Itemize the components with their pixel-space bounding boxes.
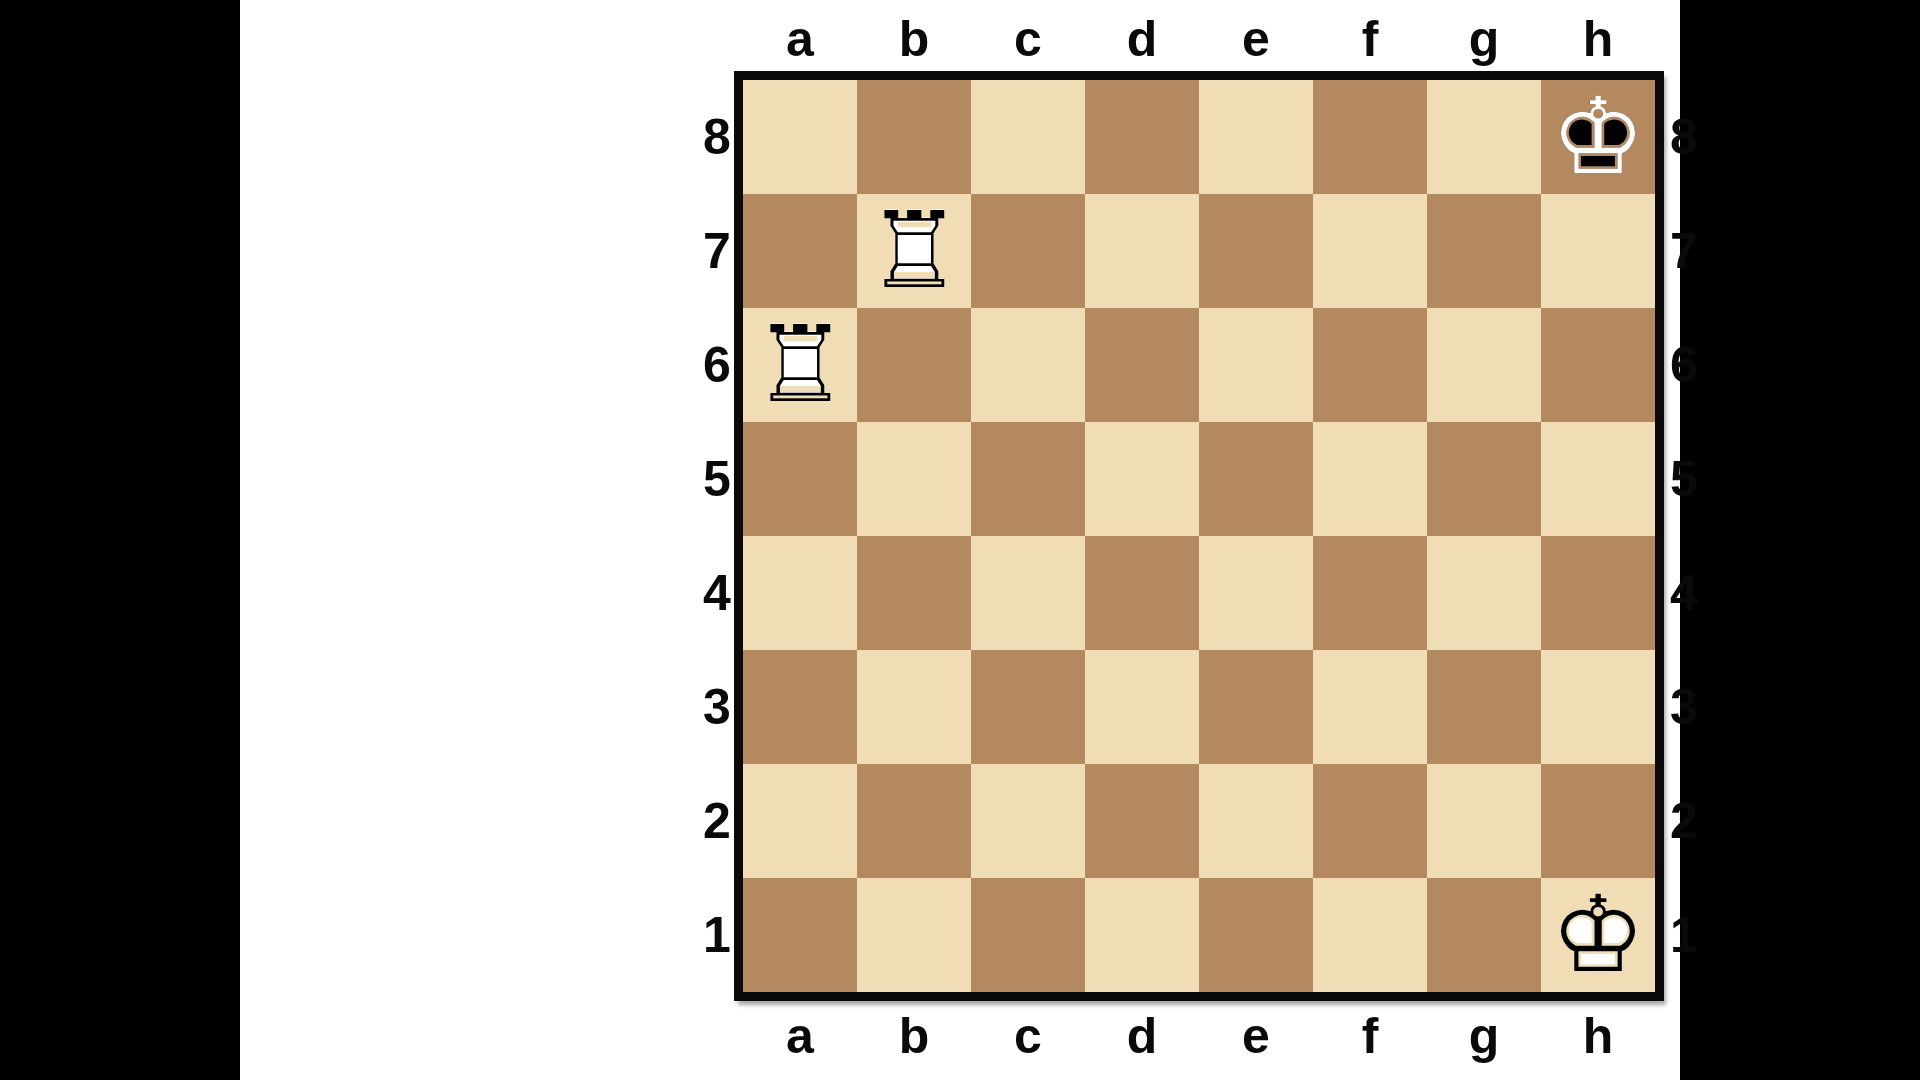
square-d6[interactable] bbox=[1085, 308, 1199, 422]
square-h1[interactable]: ♚♔ bbox=[1541, 878, 1655, 992]
file-labels-bottom: abcdefgh bbox=[743, 1007, 1655, 1065]
square-g6[interactable] bbox=[1427, 308, 1541, 422]
square-c7[interactable] bbox=[971, 194, 1085, 308]
square-h5[interactable] bbox=[1541, 422, 1655, 536]
square-h4[interactable] bbox=[1541, 536, 1655, 650]
file-label-b: b bbox=[857, 1007, 971, 1065]
square-d4[interactable] bbox=[1085, 536, 1199, 650]
square-a7[interactable] bbox=[743, 194, 857, 308]
file-label-g: g bbox=[1427, 10, 1541, 68]
square-d8[interactable] bbox=[1085, 80, 1199, 194]
square-d2[interactable] bbox=[1085, 764, 1199, 878]
file-label-g: g bbox=[1427, 1007, 1541, 1065]
file-label-c: c bbox=[971, 1007, 1085, 1065]
square-f3[interactable] bbox=[1313, 650, 1427, 764]
square-c3[interactable] bbox=[971, 650, 1085, 764]
rank-label-8: 8 bbox=[1659, 80, 1709, 194]
square-g7[interactable] bbox=[1427, 194, 1541, 308]
file-label-e: e bbox=[1199, 1007, 1313, 1065]
file-label-b: b bbox=[857, 10, 971, 68]
white-rook-outline-glyph: ♖ bbox=[857, 194, 971, 308]
square-a6[interactable]: ♜♖ bbox=[743, 308, 857, 422]
square-a2[interactable] bbox=[743, 764, 857, 878]
file-label-h: h bbox=[1541, 1007, 1655, 1065]
file-label-d: d bbox=[1085, 10, 1199, 68]
square-h8[interactable]: ♚♔ bbox=[1541, 80, 1655, 194]
square-d7[interactable] bbox=[1085, 194, 1199, 308]
rank-label-7: 7 bbox=[1659, 194, 1709, 308]
rank-label-3: 3 bbox=[1659, 650, 1709, 764]
square-e5[interactable] bbox=[1199, 422, 1313, 536]
file-label-f: f bbox=[1313, 10, 1427, 68]
file-label-a: a bbox=[743, 1007, 857, 1065]
square-f5[interactable] bbox=[1313, 422, 1427, 536]
square-e7[interactable] bbox=[1199, 194, 1313, 308]
square-b4[interactable] bbox=[857, 536, 971, 650]
file-labels-top: abcdefgh bbox=[743, 2, 1655, 68]
square-e1[interactable] bbox=[1199, 878, 1313, 992]
square-g8[interactable] bbox=[1427, 80, 1541, 194]
square-f2[interactable] bbox=[1313, 764, 1427, 878]
square-a8[interactable] bbox=[743, 80, 857, 194]
square-d5[interactable] bbox=[1085, 422, 1199, 536]
square-h3[interactable] bbox=[1541, 650, 1655, 764]
file-label-d: d bbox=[1085, 1007, 1199, 1065]
file-label-c: c bbox=[971, 10, 1085, 68]
square-e8[interactable] bbox=[1199, 80, 1313, 194]
file-label-h: h bbox=[1541, 10, 1655, 68]
square-f1[interactable] bbox=[1313, 878, 1427, 992]
square-e2[interactable] bbox=[1199, 764, 1313, 878]
square-b2[interactable] bbox=[857, 764, 971, 878]
square-a3[interactable] bbox=[743, 650, 857, 764]
rank-label-5: 5 bbox=[1659, 422, 1709, 536]
square-g4[interactable] bbox=[1427, 536, 1541, 650]
file-label-a: a bbox=[743, 10, 857, 68]
square-f4[interactable] bbox=[1313, 536, 1427, 650]
piece-white-rook-b7[interactable]: ♜♖ bbox=[857, 194, 971, 308]
square-c4[interactable] bbox=[971, 536, 1085, 650]
square-c1[interactable] bbox=[971, 878, 1085, 992]
square-h7[interactable] bbox=[1541, 194, 1655, 308]
square-a4[interactable] bbox=[743, 536, 857, 650]
square-d3[interactable] bbox=[1085, 650, 1199, 764]
square-c8[interactable] bbox=[971, 80, 1085, 194]
square-g1[interactable] bbox=[1427, 878, 1541, 992]
page-background: abcdefgh 87654321 ♚♔♜♖♜♖♚♔ 87654321 abcd… bbox=[240, 0, 1680, 1080]
square-b8[interactable] bbox=[857, 80, 971, 194]
square-b1[interactable] bbox=[857, 878, 971, 992]
white-king-outline-glyph: ♔ bbox=[1541, 878, 1655, 992]
white-rook-outline-glyph: ♖ bbox=[743, 308, 857, 422]
black-king-outline-glyph: ♔ bbox=[1541, 80, 1655, 194]
rank-label-1: 1 bbox=[1659, 878, 1709, 992]
square-b7[interactable]: ♜♖ bbox=[857, 194, 971, 308]
square-b6[interactable] bbox=[857, 308, 971, 422]
rank-label-6: 6 bbox=[1659, 308, 1709, 422]
square-g2[interactable] bbox=[1427, 764, 1541, 878]
square-b3[interactable] bbox=[857, 650, 971, 764]
square-b5[interactable] bbox=[857, 422, 971, 536]
square-e4[interactable] bbox=[1199, 536, 1313, 650]
square-c5[interactable] bbox=[971, 422, 1085, 536]
rank-label-4: 4 bbox=[1659, 536, 1709, 650]
square-h6[interactable] bbox=[1541, 308, 1655, 422]
piece-white-rook-a6[interactable]: ♜♖ bbox=[743, 308, 857, 422]
square-d1[interactable] bbox=[1085, 878, 1199, 992]
square-e3[interactable] bbox=[1199, 650, 1313, 764]
square-e6[interactable] bbox=[1199, 308, 1313, 422]
chess-board: ♚♔♜♖♜♖♚♔ bbox=[734, 71, 1664, 1001]
file-label-e: e bbox=[1199, 10, 1313, 68]
piece-white-king-h1[interactable]: ♚♔ bbox=[1541, 878, 1655, 992]
square-g5[interactable] bbox=[1427, 422, 1541, 536]
rank-labels-right: 87654321 bbox=[1659, 80, 1709, 992]
square-f8[interactable] bbox=[1313, 80, 1427, 194]
square-h2[interactable] bbox=[1541, 764, 1655, 878]
square-c6[interactable] bbox=[971, 308, 1085, 422]
square-f6[interactable] bbox=[1313, 308, 1427, 422]
square-a5[interactable] bbox=[743, 422, 857, 536]
square-f7[interactable] bbox=[1313, 194, 1427, 308]
square-a1[interactable] bbox=[743, 878, 857, 992]
square-c2[interactable] bbox=[971, 764, 1085, 878]
square-g3[interactable] bbox=[1427, 650, 1541, 764]
file-label-f: f bbox=[1313, 1007, 1427, 1065]
piece-black-king-h8[interactable]: ♚♔ bbox=[1541, 80, 1655, 194]
rank-label-2: 2 bbox=[1659, 764, 1709, 878]
